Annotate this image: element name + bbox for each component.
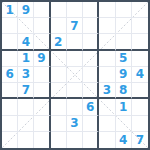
cell-r3c1[interactable] <box>2 34 18 50</box>
cell-r5c9[interactable]: 4 <box>132 67 148 83</box>
cell-r1c2[interactable]: 9 <box>18 2 34 18</box>
cell-r7c1[interactable] <box>2 99 18 115</box>
cell-r4c2[interactable]: 1 <box>18 51 34 67</box>
cell-r9c6[interactable] <box>83 132 99 148</box>
cell-r9c3[interactable] <box>34 132 50 148</box>
cell-r7c2[interactable] <box>18 99 34 115</box>
cell-r2c2[interactable] <box>18 18 34 34</box>
cell-r8c2[interactable] <box>18 116 34 132</box>
cell-r2c7[interactable] <box>99 18 115 34</box>
cell-r8c8[interactable] <box>116 116 132 132</box>
cell-r2c6[interactable] <box>83 18 99 34</box>
sudoku-board: 19742195639473861347 <box>0 0 150 150</box>
cell-r1c8[interactable] <box>116 2 132 18</box>
cell-r4c4[interactable] <box>51 51 67 67</box>
cell-r3c6[interactable] <box>83 34 99 50</box>
cell-r1c3[interactable] <box>34 2 50 18</box>
cell-r1c9[interactable] <box>132 2 148 18</box>
cell-r8c6[interactable] <box>83 116 99 132</box>
cell-r5c4[interactable] <box>51 67 67 83</box>
cell-r8c9[interactable] <box>132 116 148 132</box>
cell-r6c1[interactable] <box>2 83 18 99</box>
cell-r4c6[interactable] <box>83 51 99 67</box>
cell-r5c5[interactable] <box>67 67 83 83</box>
cell-r7c8[interactable]: 1 <box>116 99 132 115</box>
cell-r2c1[interactable] <box>2 18 18 34</box>
cell-r2c9[interactable] <box>132 18 148 34</box>
cell-r8c3[interactable] <box>34 116 50 132</box>
cell-r8c7[interactable] <box>99 116 115 132</box>
cell-r6c7[interactable]: 3 <box>99 83 115 99</box>
cell-r4c1[interactable] <box>2 51 18 67</box>
cell-r5c2[interactable]: 3 <box>18 67 34 83</box>
cell-r7c9[interactable] <box>132 99 148 115</box>
cell-r1c1[interactable]: 1 <box>2 2 18 18</box>
cell-r3c2[interactable]: 4 <box>18 34 34 50</box>
cell-r7c7[interactable] <box>99 99 115 115</box>
cell-r7c6[interactable]: 6 <box>83 99 99 115</box>
cell-r9c5[interactable] <box>67 132 83 148</box>
cell-r5c7[interactable] <box>99 67 115 83</box>
cell-r9c1[interactable] <box>2 132 18 148</box>
cell-r4c5[interactable] <box>67 51 83 67</box>
cell-r1c5[interactable] <box>67 2 83 18</box>
cell-r5c1[interactable]: 6 <box>2 67 18 83</box>
cell-r9c7[interactable] <box>99 132 115 148</box>
cell-r4c3[interactable]: 9 <box>34 51 50 67</box>
cell-r1c6[interactable] <box>83 2 99 18</box>
cell-r3c3[interactable] <box>34 34 50 50</box>
cell-r3c7[interactable] <box>99 34 115 50</box>
cells-grid: 19742195639473861347 <box>2 2 148 148</box>
cell-r7c3[interactable] <box>34 99 50 115</box>
cell-r5c6[interactable] <box>83 67 99 83</box>
cell-r9c8[interactable]: 4 <box>116 132 132 148</box>
cell-r1c4[interactable] <box>51 2 67 18</box>
cell-r9c4[interactable] <box>51 132 67 148</box>
cell-r6c9[interactable] <box>132 83 148 99</box>
cell-r6c8[interactable]: 8 <box>116 83 132 99</box>
cell-r2c3[interactable] <box>34 18 50 34</box>
cell-r8c4[interactable] <box>51 116 67 132</box>
cell-r2c5[interactable]: 7 <box>67 18 83 34</box>
cell-r4c9[interactable] <box>132 51 148 67</box>
cell-r6c2[interactable]: 7 <box>18 83 34 99</box>
cell-r7c4[interactable] <box>51 99 67 115</box>
cell-r9c9[interactable]: 7 <box>132 132 148 148</box>
cell-r2c4[interactable] <box>51 18 67 34</box>
cell-r4c7[interactable] <box>99 51 115 67</box>
cell-r6c5[interactable] <box>67 83 83 99</box>
cell-r6c6[interactable] <box>83 83 99 99</box>
cell-r3c9[interactable] <box>132 34 148 50</box>
cell-r8c1[interactable] <box>2 116 18 132</box>
cell-r7c5[interactable] <box>67 99 83 115</box>
cell-r6c4[interactable] <box>51 83 67 99</box>
cell-r9c2[interactable] <box>18 132 34 148</box>
cell-r1c7[interactable] <box>99 2 115 18</box>
cell-r3c4[interactable]: 2 <box>51 34 67 50</box>
cell-r5c8[interactable]: 9 <box>116 67 132 83</box>
cell-r8c5[interactable]: 3 <box>67 116 83 132</box>
cell-r4c8[interactable]: 5 <box>116 51 132 67</box>
cell-r5c3[interactable] <box>34 67 50 83</box>
cell-r6c3[interactable] <box>34 83 50 99</box>
cell-r3c8[interactable] <box>116 34 132 50</box>
cell-r2c8[interactable] <box>116 18 132 34</box>
cell-r3c5[interactable] <box>67 34 83 50</box>
